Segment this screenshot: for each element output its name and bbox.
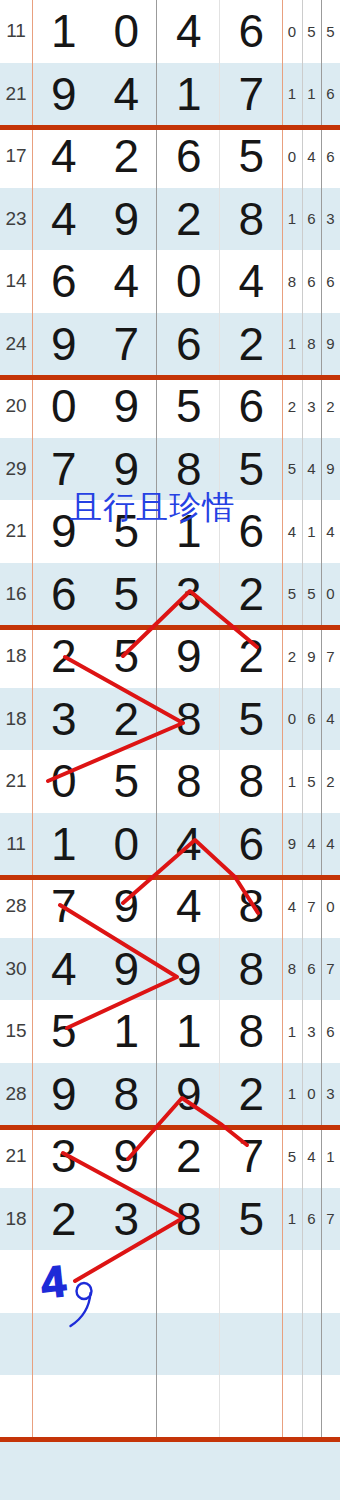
draw-digit: 4 [95,63,158,126]
tail-digit: 4 [302,148,321,165]
draw-sum: 15 [0,1020,32,1042]
draw-digit: 3 [95,1188,158,1251]
tail-digit: 4 [282,898,302,915]
draw-row: 182385167 [0,1188,340,1251]
tail-digit: 1 [282,1210,302,1227]
draw-row [0,1438,340,1500]
tail-digit: 4 [321,835,340,852]
draw-digit: 5 [220,1188,283,1251]
draw-sum: 20 [0,395,32,417]
draw-digit: 9 [32,63,95,126]
draw-digit: 9 [157,1063,220,1126]
draw-row: 287948470 [0,875,340,938]
draw-digit: 5 [220,688,283,751]
tail-digit: 9 [321,335,340,352]
tail-digit: 4 [302,835,321,852]
draw-digit: 2 [220,1063,283,1126]
tail-digit: 6 [302,210,321,227]
draw-digit: 4 [32,938,95,1001]
draw-sum: 11 [0,833,32,855]
draw-digit: 8 [157,1188,220,1251]
draw-row: 304998867 [0,938,340,1001]
draw-digit: 8 [220,1000,283,1063]
draw-digit: 0 [157,250,220,313]
draw-digit: 0 [95,813,158,876]
draw-sum: 21 [0,770,32,792]
tail-digit: 5 [282,585,302,602]
draw-sum: 30 [0,958,32,980]
draw-sum: 28 [0,895,32,917]
draw-digit: 5 [157,375,220,438]
draw-digit: 2 [32,1188,95,1251]
draw-digit: 0 [32,375,95,438]
tail-digit: 8 [282,960,302,977]
tail-digit: 2 [321,773,340,790]
draw-row: 111046944 [0,813,340,876]
tail-digit: 4 [302,1148,321,1165]
tail-digit: 8 [282,273,302,290]
draw-row: 249762189 [0,313,340,376]
draw-digit: 2 [95,125,158,188]
draw-digit: 8 [220,750,283,813]
draw-digit: 2 [220,563,283,626]
tail-digit: 4 [302,460,321,477]
draw-digit: 2 [157,1125,220,1188]
tail-digit: 5 [302,585,321,602]
tail-digit: 1 [321,1148,340,1165]
tail-digit: 3 [321,1085,340,1102]
tail-digit: 7 [302,898,321,915]
draw-digit: 9 [157,625,220,688]
draw-digit: 9 [95,188,158,251]
draw-row: 210588152 [0,750,340,813]
draw-digit: 9 [32,1063,95,1126]
tail-digit: 6 [321,273,340,290]
draw-digit: 5 [220,125,283,188]
draw-digit: 4 [157,813,220,876]
watermark-text: 且行且珍惜 [70,491,235,523]
draw-digit: 6 [220,813,283,876]
draw-digit: 6 [220,0,283,63]
draw-digit: 5 [32,1000,95,1063]
draw-digit: 8 [220,938,283,1001]
draw-sum: 23 [0,208,32,230]
draw-sum: 14 [0,270,32,292]
draw-row: 166532550 [0,563,340,626]
draw-digit: 9 [157,938,220,1001]
tail-digit: 1 [302,523,321,540]
draw-digit: 9 [95,1125,158,1188]
draw-digit: 4 [32,188,95,251]
draw-sum: 18 [0,708,32,730]
draw-sum: 28 [0,1083,32,1105]
draw-row: 219417116 [0,63,340,126]
draw-digit: 6 [220,375,283,438]
draw-row: 182592297 [0,625,340,688]
tail-digit: 7 [321,648,340,665]
tail-digit: 0 [321,585,340,602]
tail-digit: 1 [282,85,302,102]
draw-digit: 1 [95,1000,158,1063]
draw-sum: 21 [0,83,32,105]
draw-digit: 4 [220,250,283,313]
tail-digit: 3 [302,398,321,415]
draw-digit: 5 [95,625,158,688]
tail-digit: 0 [282,23,302,40]
draw-digit: 9 [95,375,158,438]
draw-sum: 17 [0,145,32,167]
draw-sum: 24 [0,333,32,355]
draw-row [0,1375,340,1438]
draw-row: 146404866 [0,250,340,313]
draw-digit: 8 [220,188,283,251]
lottery-trend-chart: 1110460552194171161742650462349281631464… [0,0,340,1500]
draw-digit: 2 [157,188,220,251]
draw-digit: 1 [157,63,220,126]
draw-digit: 4 [157,0,220,63]
draw-row: 234928163 [0,188,340,251]
draw-digit: 6 [32,250,95,313]
draw-row [0,1313,340,1376]
tail-digit: 9 [282,835,302,852]
tail-digit: 0 [321,898,340,915]
draw-row: 174265046 [0,125,340,188]
draw-sum: 11 [0,20,32,42]
draw-row: 213927541 [0,1125,340,1188]
tail-digit: 0 [282,710,302,727]
tail-digit: 5 [302,23,321,40]
draw-sum: 18 [0,645,32,667]
draw-digit: 3 [32,688,95,751]
draw-digit: 2 [95,688,158,751]
draw-digit: 9 [32,313,95,376]
draw-row: 111046055 [0,0,340,63]
tail-digit: 0 [302,1085,321,1102]
draw-sum: 21 [0,520,32,542]
draw-digit: 2 [32,625,95,688]
draw-digit: 5 [95,563,158,626]
tail-digit: 5 [282,1148,302,1165]
tail-digit: 2 [282,398,302,415]
handwritten-four: 4 [38,1256,68,1308]
tail-digit: 6 [302,1210,321,1227]
draw-row: 200956232 [0,375,340,438]
tail-digit: 4 [321,710,340,727]
tail-digit: 1 [282,210,302,227]
tail-digit: 9 [321,460,340,477]
tail-digit: 9 [302,648,321,665]
tail-digit: 2 [321,398,340,415]
draw-digit: 0 [95,0,158,63]
draw-digit: 6 [32,563,95,626]
tail-digit: 6 [321,148,340,165]
draw-digit: 3 [157,563,220,626]
draw-digit: 7 [32,875,95,938]
draw-digit: 1 [32,813,95,876]
tail-digit: 6 [302,960,321,977]
draw-digit: 4 [32,125,95,188]
draw-digit: 8 [157,688,220,751]
draw-digit: 4 [157,875,220,938]
tail-digit: 1 [282,773,302,790]
tail-digit: 7 [321,1210,340,1227]
draw-digit: 8 [157,750,220,813]
tail-digit: 5 [321,23,340,40]
draw-digit: 7 [220,63,283,126]
tail-digit: 4 [321,523,340,540]
tail-digit: 6 [302,273,321,290]
draw-row: 155118136 [0,1000,340,1063]
tail-digit: 4 [282,523,302,540]
tail-digit: 7 [321,960,340,977]
draw-row: 289892103 [0,1063,340,1126]
tail-digit: 1 [302,85,321,102]
draw-sum: 29 [0,458,32,480]
tail-digit: 1 [282,1085,302,1102]
draw-digit: 0 [32,750,95,813]
draw-digit: 7 [220,1125,283,1188]
tail-digit: 5 [282,460,302,477]
draw-row: 183285064 [0,688,340,751]
tail-digit: 6 [321,85,340,102]
tail-digit: 3 [302,1023,321,1040]
tail-digit: 3 [321,210,340,227]
draw-sum: 21 [0,1145,32,1167]
draw-digit: 6 [157,125,220,188]
draw-digit: 9 [95,938,158,1001]
tail-digit: 1 [282,335,302,352]
draw-digit: 4 [95,250,158,313]
draw-digit: 6 [157,313,220,376]
draw-digit: 8 [220,875,283,938]
tail-digit: 1 [282,1023,302,1040]
draw-digit: 3 [32,1125,95,1188]
draw-sum: 18 [0,1208,32,1230]
draw-digit: 1 [157,1000,220,1063]
tail-digit: 2 [282,648,302,665]
draw-digit: 8 [95,1063,158,1126]
tail-digit: 6 [321,1023,340,1040]
draw-sum: 16 [0,583,32,605]
draw-digit: 2 [220,625,283,688]
draw-digit: 2 [220,313,283,376]
draw-digit: 9 [95,875,158,938]
draw-digit: 1 [32,0,95,63]
draw-digit: 7 [95,313,158,376]
draw-digit: 5 [95,750,158,813]
tail-digit: 0 [282,148,302,165]
tail-digit: 5 [302,773,321,790]
tail-digit: 8 [302,335,321,352]
tail-digit: 6 [302,710,321,727]
